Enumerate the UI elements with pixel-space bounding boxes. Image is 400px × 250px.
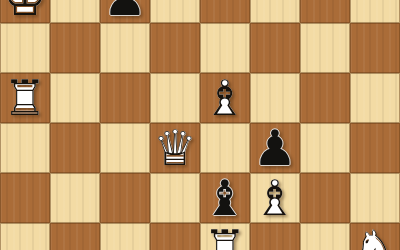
square-c3[interactable]: [100, 173, 150, 223]
square-a4[interactable]: [0, 123, 50, 173]
black-pawn[interactable]: ♟: [100, 0, 150, 23]
square-d2[interactable]: [150, 223, 200, 250]
square-f2[interactable]: [250, 223, 300, 250]
square-h5[interactable]: [350, 73, 400, 123]
square-b4[interactable]: [50, 123, 100, 173]
square-b7[interactable]: [50, 0, 100, 23]
square-e2[interactable]: ♜♖: [200, 223, 250, 250]
white-knight[interactable]: ♞♘: [350, 223, 400, 250]
white-queen[interactable]: ♛♕: [150, 123, 200, 173]
square-a2[interactable]: [0, 223, 50, 250]
square-b6[interactable]: [50, 23, 100, 73]
square-h2[interactable]: ♞♘: [350, 223, 400, 250]
square-h4[interactable]: [350, 123, 400, 173]
square-d7[interactable]: [150, 0, 200, 23]
board-viewport: ♚♔♟♜♖♝♗♛♕♟♝♝♗♜♖♞♘: [0, 0, 400, 250]
square-a3[interactable]: [0, 173, 50, 223]
white-king[interactable]: ♚♔: [0, 0, 50, 23]
square-a5[interactable]: ♜♖: [0, 73, 50, 123]
square-a6[interactable]: [0, 23, 50, 73]
square-d5[interactable]: [150, 73, 200, 123]
square-c2[interactable]: [100, 223, 150, 250]
square-f4[interactable]: ♟: [250, 123, 300, 173]
chess-board: ♚♔♟♜♖♝♗♛♕♟♝♝♗♜♖♞♘: [0, 0, 400, 250]
square-g3[interactable]: [300, 173, 350, 223]
square-c4[interactable]: [100, 123, 150, 173]
white-bishop[interactable]: ♝♗: [250, 173, 300, 223]
square-b3[interactable]: [50, 173, 100, 223]
square-f7[interactable]: [250, 0, 300, 23]
square-h6[interactable]: [350, 23, 400, 73]
square-h7[interactable]: [350, 0, 400, 23]
square-g7[interactable]: [300, 0, 350, 23]
square-e6[interactable]: [200, 23, 250, 73]
square-g6[interactable]: [300, 23, 350, 73]
square-a7[interactable]: ♚♔: [0, 0, 50, 23]
square-b2[interactable]: [50, 223, 100, 250]
square-e3[interactable]: ♝: [200, 173, 250, 223]
square-c6[interactable]: [100, 23, 150, 73]
white-bishop[interactable]: ♝♗: [200, 73, 250, 123]
square-b5[interactable]: [50, 73, 100, 123]
square-e7[interactable]: [200, 0, 250, 23]
square-g4[interactable]: [300, 123, 350, 173]
square-f6[interactable]: [250, 23, 300, 73]
square-f5[interactable]: [250, 73, 300, 123]
white-rook[interactable]: ♜♖: [200, 223, 250, 250]
square-d6[interactable]: [150, 23, 200, 73]
square-c7[interactable]: ♟: [100, 0, 150, 23]
black-pawn[interactable]: ♟: [250, 123, 300, 173]
square-d4[interactable]: ♛♕: [150, 123, 200, 173]
square-f3[interactable]: ♝♗: [250, 173, 300, 223]
square-g2[interactable]: [300, 223, 350, 250]
square-g5[interactable]: [300, 73, 350, 123]
square-h3[interactable]: [350, 173, 400, 223]
square-e5[interactable]: ♝♗: [200, 73, 250, 123]
square-e4[interactable]: [200, 123, 250, 173]
square-c5[interactable]: [100, 73, 150, 123]
black-bishop[interactable]: ♝: [200, 173, 250, 223]
white-rook[interactable]: ♜♖: [0, 73, 50, 123]
square-d3[interactable]: [150, 173, 200, 223]
